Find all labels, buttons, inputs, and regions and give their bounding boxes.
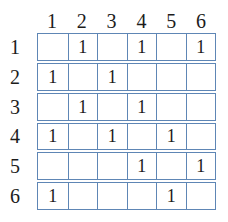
row-header-label: 5 — [0, 152, 30, 180]
matrix-cell-r3c6 — [186, 94, 216, 120]
matrix-cell-r6c6 — [186, 183, 216, 209]
matrix-cell-r1c2: 1 — [68, 34, 98, 60]
matrix-cell-r4c3: 1 — [97, 124, 127, 150]
matrix-cell-r5c3 — [97, 153, 127, 179]
column-header-label: 6 — [186, 11, 216, 31]
matrix-row: 11 — [37, 63, 216, 91]
matrix-cell-r6c1: 1 — [38, 183, 68, 209]
matrix-cell-r4c5: 1 — [156, 124, 186, 150]
matrix-cell-r3c4: 1 — [127, 94, 157, 120]
row-header-label: 6 — [0, 182, 30, 210]
matrix-cell-r4c6 — [186, 124, 216, 150]
matrix-row: 11 — [37, 182, 216, 210]
matrix-cell-r5c6: 1 — [186, 153, 216, 179]
matrix-cell-r5c1 — [38, 153, 68, 179]
column-headers: 123456 — [37, 0, 216, 33]
matrix-cell-r2c4 — [127, 64, 157, 90]
matrix-cell-r4c4 — [127, 124, 157, 150]
column-header-label: 3 — [97, 11, 127, 31]
corner-spacer — [0, 0, 37, 33]
column-header-label: 2 — [67, 11, 97, 31]
matrix-cell-r1c4: 1 — [127, 34, 157, 60]
matrix-cell-r3c3 — [97, 94, 127, 120]
matrix-cell-r2c6 — [186, 64, 216, 90]
matrix-cell-r4c1: 1 — [38, 124, 68, 150]
matrix-row: 111 — [37, 123, 216, 151]
matrix-cell-r3c5 — [156, 94, 186, 120]
matrix-cell-r3c2: 1 — [68, 94, 98, 120]
matrix-board: 11111111111111 — [37, 33, 216, 210]
row-header-label: 1 — [0, 33, 30, 61]
matrix-cell-r1c6: 1 — [186, 34, 216, 60]
matrix-cell-r3c1 — [38, 94, 68, 120]
column-header-label: 1 — [37, 11, 67, 31]
matrix-cell-r5c4: 1 — [127, 153, 157, 179]
matrix-cell-r5c2 — [68, 153, 98, 179]
matrix-cell-r5c5 — [156, 153, 186, 179]
matrix-layout: 123456 123456 11111111111111 — [0, 0, 216, 210]
column-header-label: 5 — [156, 11, 186, 31]
matrix-cell-r6c5: 1 — [156, 183, 186, 209]
row-header-label: 2 — [0, 63, 30, 91]
matrix-diagram-page: 123456 123456 11111111111111 — [0, 0, 228, 222]
matrix-cell-r1c5 — [156, 34, 186, 60]
matrix-cell-r6c3 — [97, 183, 127, 209]
matrix-cell-r2c2 — [68, 64, 98, 90]
matrix-cell-r2c5 — [156, 64, 186, 90]
matrix-cell-r6c2 — [68, 183, 98, 209]
row-header-label: 4 — [0, 123, 30, 151]
column-header-label: 4 — [127, 11, 157, 31]
matrix-cell-r6c4 — [127, 183, 157, 209]
matrix-row: 111 — [37, 33, 216, 61]
matrix-row: 11 — [37, 93, 216, 121]
matrix-row: 11 — [37, 152, 216, 180]
matrix-cell-r2c3: 1 — [97, 64, 127, 90]
matrix-cell-r1c3 — [97, 34, 127, 60]
matrix-cell-r2c1: 1 — [38, 64, 68, 90]
matrix-cell-r4c2 — [68, 124, 98, 150]
matrix-cell-r1c1 — [38, 34, 68, 60]
row-headers: 123456 — [0, 33, 37, 210]
row-header-label: 3 — [0, 93, 30, 121]
